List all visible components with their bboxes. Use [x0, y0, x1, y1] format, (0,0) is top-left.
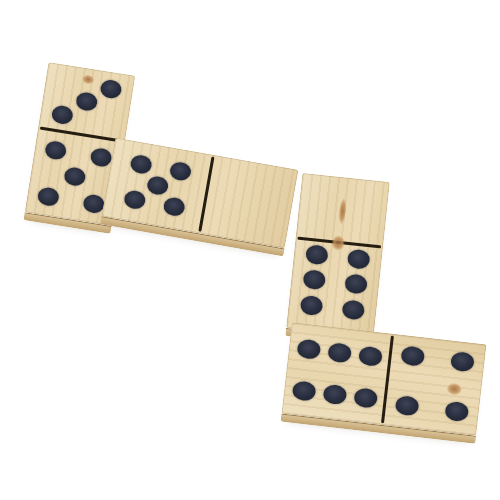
pip	[44, 139, 68, 160]
domino-chain	[0, 0, 500, 500]
pip	[450, 351, 475, 372]
pip	[297, 338, 322, 359]
pip	[123, 189, 147, 210]
pip	[302, 269, 326, 290]
pip	[99, 78, 123, 99]
domino-6-4[interactable]	[281, 322, 486, 436]
half-6-pips	[281, 322, 393, 425]
pip	[292, 380, 317, 401]
pip	[129, 154, 153, 175]
half-4-pips	[383, 334, 487, 436]
domino-5-0[interactable]	[101, 137, 298, 248]
pip	[353, 387, 378, 408]
pip	[327, 342, 352, 363]
pip	[75, 91, 99, 112]
pip	[63, 166, 87, 187]
pip	[162, 196, 186, 217]
pip	[300, 295, 324, 316]
pip	[146, 175, 170, 196]
pip	[400, 346, 425, 367]
pip	[445, 401, 470, 422]
pip	[89, 147, 113, 168]
pip	[358, 345, 383, 366]
product-photo	[0, 0, 500, 500]
pip	[37, 186, 61, 207]
domino-0-6[interactable]	[286, 173, 390, 337]
pip	[347, 249, 371, 270]
pip	[342, 299, 366, 320]
pip	[322, 384, 347, 405]
pip	[394, 395, 419, 416]
pip	[305, 244, 329, 265]
pip	[51, 105, 75, 126]
pip	[168, 161, 192, 182]
half-0-pips	[199, 155, 298, 249]
pip	[344, 274, 368, 295]
